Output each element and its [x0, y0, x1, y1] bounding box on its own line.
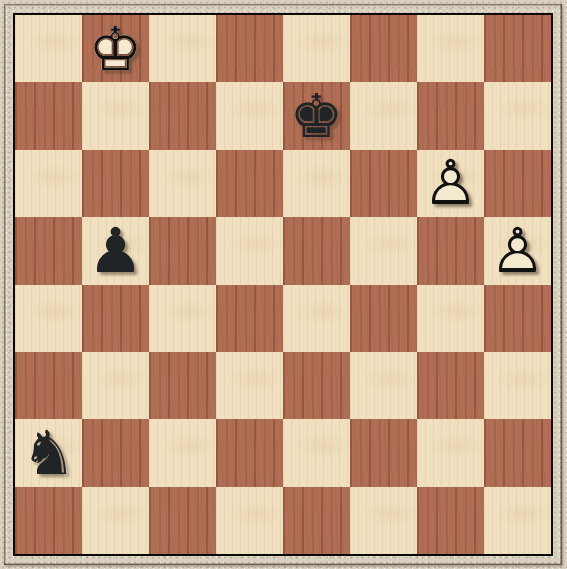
square-b6[interactable] — [82, 150, 149, 217]
square-f2[interactable] — [350, 419, 417, 486]
square-g6[interactable]: ♟♙ — [417, 150, 484, 217]
square-d3[interactable] — [216, 352, 283, 419]
board-frame: ♚♔♚♟♙♟♟♙♞ — [4, 4, 562, 565]
square-g5[interactable] — [417, 217, 484, 284]
square-h5[interactable]: ♟♙ — [484, 217, 551, 284]
square-h6[interactable] — [484, 150, 551, 217]
square-b8[interactable]: ♚♔ — [82, 15, 149, 82]
square-g4[interactable] — [417, 285, 484, 352]
square-a1[interactable] — [15, 487, 82, 554]
chess-board: ♚♔♚♟♙♟♟♙♞ — [15, 15, 551, 554]
square-h8[interactable] — [484, 15, 551, 82]
square-g7[interactable] — [417, 82, 484, 149]
square-e3[interactable] — [283, 352, 350, 419]
piece-black-knight[interactable]: ♞ — [15, 419, 82, 486]
square-g3[interactable] — [417, 352, 484, 419]
square-e5[interactable] — [283, 217, 350, 284]
square-c8[interactable] — [149, 15, 216, 82]
square-d8[interactable] — [216, 15, 283, 82]
square-a8[interactable] — [15, 15, 82, 82]
square-h3[interactable] — [484, 352, 551, 419]
square-e8[interactable] — [283, 15, 350, 82]
square-a7[interactable] — [15, 82, 82, 149]
square-b2[interactable] — [82, 419, 149, 486]
square-d2[interactable] — [216, 419, 283, 486]
piece-white-king[interactable]: ♔ — [82, 15, 149, 82]
square-f1[interactable] — [350, 487, 417, 554]
square-c7[interactable] — [149, 82, 216, 149]
square-c6[interactable] — [149, 150, 216, 217]
square-e6[interactable] — [283, 150, 350, 217]
square-a4[interactable] — [15, 285, 82, 352]
square-a5[interactable] — [15, 217, 82, 284]
square-f8[interactable] — [350, 15, 417, 82]
board-inner-border: ♚♔♚♟♙♟♟♙♞ — [13, 13, 553, 556]
square-h2[interactable] — [484, 419, 551, 486]
square-e1[interactable] — [283, 487, 350, 554]
square-d6[interactable] — [216, 150, 283, 217]
square-f4[interactable] — [350, 285, 417, 352]
square-b4[interactable] — [82, 285, 149, 352]
piece-white-pawn[interactable]: ♙ — [417, 150, 484, 217]
square-g8[interactable] — [417, 15, 484, 82]
square-g2[interactable] — [417, 419, 484, 486]
square-f6[interactable] — [350, 150, 417, 217]
square-d1[interactable] — [216, 487, 283, 554]
square-c5[interactable] — [149, 217, 216, 284]
piece-white-pawn[interactable]: ♙ — [484, 217, 551, 284]
square-c4[interactable] — [149, 285, 216, 352]
square-f7[interactable] — [350, 82, 417, 149]
square-c3[interactable] — [149, 352, 216, 419]
square-d4[interactable] — [216, 285, 283, 352]
square-f3[interactable] — [350, 352, 417, 419]
square-e7[interactable]: ♚ — [283, 82, 350, 149]
square-e2[interactable] — [283, 419, 350, 486]
square-d7[interactable] — [216, 82, 283, 149]
piece-black-king[interactable]: ♚ — [283, 82, 350, 149]
square-f5[interactable] — [350, 217, 417, 284]
square-b7[interactable] — [82, 82, 149, 149]
square-g1[interactable] — [417, 487, 484, 554]
square-c1[interactable] — [149, 487, 216, 554]
square-h1[interactable] — [484, 487, 551, 554]
square-b3[interactable] — [82, 352, 149, 419]
square-b1[interactable] — [82, 487, 149, 554]
square-a6[interactable] — [15, 150, 82, 217]
square-c2[interactable] — [149, 419, 216, 486]
square-a2[interactable]: ♞ — [15, 419, 82, 486]
square-h7[interactable] — [484, 82, 551, 149]
square-a3[interactable] — [15, 352, 82, 419]
square-d5[interactable] — [216, 217, 283, 284]
square-h4[interactable] — [484, 285, 551, 352]
square-b5[interactable]: ♟ — [82, 217, 149, 284]
square-e4[interactable] — [283, 285, 350, 352]
piece-black-pawn[interactable]: ♟ — [82, 217, 149, 284]
